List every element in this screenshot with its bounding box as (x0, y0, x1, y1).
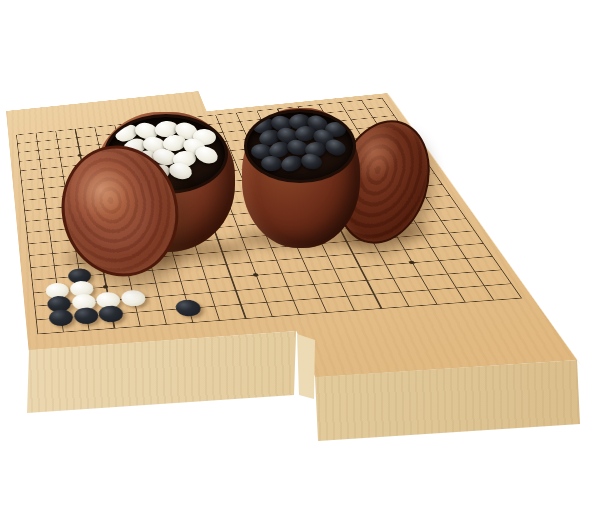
black-stone[interactable]: ● (73, 307, 99, 325)
white-stone[interactable]: ○ (120, 289, 147, 307)
black-stone[interactable]: ● (48, 309, 74, 327)
star-point (103, 285, 109, 289)
star-point (408, 261, 415, 265)
black-stone-in-bowl (261, 155, 283, 171)
black-stone[interactable]: ● (174, 299, 203, 317)
black-stone[interactable]: ● (98, 305, 125, 323)
star-point (78, 154, 83, 157)
black-stone-in-bowl (323, 137, 348, 158)
white-stone-in-bowl (193, 144, 220, 167)
black-stones-heap (244, 109, 356, 183)
go-set-photo: ●○○●○○○●●●● (0, 0, 600, 528)
black-stones-bowl (242, 108, 360, 248)
star-point (253, 273, 259, 277)
